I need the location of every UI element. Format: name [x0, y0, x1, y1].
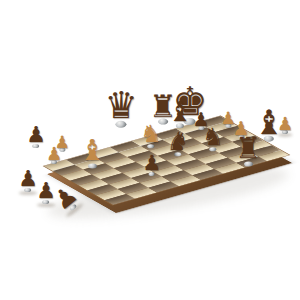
piece-walnut-rook: ♜ [149, 92, 177, 125]
piece-maple-pawn: ♟ [277, 115, 293, 134]
piece-walnut-pawn: ♟ [18, 169, 38, 192]
piece-walnut-bishop: ♝ [254, 106, 284, 142]
piece-maple-pawn: ♟ [54, 134, 69, 152]
metal-weight-base [24, 188, 31, 192]
metal-weight-base [59, 148, 65, 152]
metal-weight-base [115, 121, 126, 128]
pawn-glyph: ♟ [26, 125, 46, 146]
piece-shadow [277, 133, 292, 137]
bishop-glyph: ♝ [168, 99, 192, 125]
pawn-glyph: ♟ [277, 115, 293, 132]
metal-weight-base [32, 144, 39, 148]
king-glyph: ♚ [173, 83, 208, 120]
piece-walnut-queen: ♛ [104, 88, 137, 128]
pawn-glyph: ♟ [18, 169, 38, 190]
metal-weight-base [158, 119, 168, 125]
pawn-glyph: ♟ [54, 134, 69, 150]
metal-weight-base [282, 130, 288, 134]
piece-walnut-pawn: ♟ [36, 181, 56, 204]
piece-walnut-king: ♚ [173, 83, 208, 125]
piece-shadow [18, 191, 37, 195]
rook-glyph: ♜ [149, 92, 177, 121]
product-photo-scene: ♟♛♜♝♚♟♝♞♞♜♟♟♟♝♞♟♟♟♟♟♟ [0, 0, 300, 300]
bishop-glyph: ♝ [254, 106, 284, 138]
queen-glyph: ♛ [104, 88, 137, 123]
metal-weight-base [42, 200, 49, 204]
piece-walnut-pawn: ♟ [26, 125, 46, 148]
pawn-glyph: ♟ [46, 145, 62, 162]
pawn-glyph: ♟ [36, 181, 56, 202]
